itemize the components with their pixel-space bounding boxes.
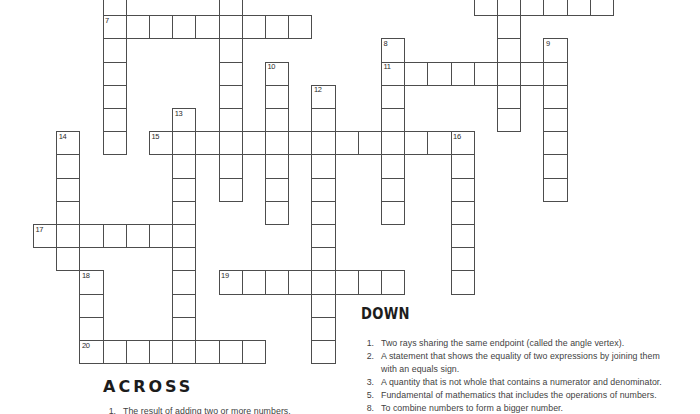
grid-cell[interactable] xyxy=(103,131,127,155)
cell-number: 13 xyxy=(175,110,183,118)
grid-cell[interactable] xyxy=(451,62,475,86)
grid-cell[interactable] xyxy=(219,38,243,62)
cell-number: 18 xyxy=(82,272,90,280)
cell-number: 9 xyxy=(546,40,550,48)
cell-number: 17 xyxy=(36,226,44,234)
cell-number: 14 xyxy=(59,133,67,141)
grid-cell[interactable] xyxy=(451,201,475,225)
grid-cell[interactable]: 16 xyxy=(451,131,475,155)
grid-cell[interactable] xyxy=(103,108,127,132)
grid-cell[interactable] xyxy=(311,294,335,318)
grid-cell[interactable]: 14 xyxy=(56,131,80,155)
grid-cell[interactable] xyxy=(265,85,289,109)
clue-number: 5. xyxy=(361,389,374,402)
grid-cell[interactable] xyxy=(219,0,243,16)
cell-number: 16 xyxy=(453,133,461,141)
grid-cell[interactable] xyxy=(103,85,127,109)
grid-cell[interactable] xyxy=(381,108,405,132)
grid-cell[interactable] xyxy=(335,131,359,155)
clue-item: 2.A statement that shows the equality of… xyxy=(361,350,673,376)
grid-cell[interactable] xyxy=(381,85,405,109)
clue-text: A quantity that is not whole that contai… xyxy=(381,376,662,389)
grid-cell[interactable] xyxy=(381,270,405,294)
grid-cell[interactable] xyxy=(288,15,312,39)
down-clue-list: 1.Two rays sharing the same endpoint (ca… xyxy=(361,337,673,414)
grid-cell[interactable] xyxy=(242,270,266,294)
grid-cell[interactable] xyxy=(265,270,289,294)
grid-cell[interactable] xyxy=(311,317,335,341)
grid-cell[interactable]: 15 xyxy=(149,131,173,155)
grid-cell[interactable] xyxy=(590,0,614,16)
grid-cell[interactable] xyxy=(265,201,289,225)
grid-cell[interactable] xyxy=(311,108,335,132)
grid-cell[interactable] xyxy=(172,178,196,202)
grid-cell[interactable] xyxy=(103,0,127,16)
grid-cell[interactable]: 13 xyxy=(172,108,196,132)
grid-cell[interactable] xyxy=(126,224,150,248)
grid-cell[interactable] xyxy=(311,340,335,364)
grid-cell[interactable] xyxy=(311,270,335,294)
cell-number: 19 xyxy=(221,272,229,280)
grid-cell[interactable] xyxy=(543,62,567,86)
grid-cell[interactable] xyxy=(474,0,498,16)
grid-cell[interactable] xyxy=(56,201,80,225)
grid-cell[interactable] xyxy=(195,131,219,155)
grid-cell[interactable] xyxy=(451,224,475,248)
cell-number: 7 xyxy=(105,17,109,25)
clue-text: To combine numbers to form a bigger numb… xyxy=(381,402,563,414)
grid-cell[interactable] xyxy=(103,224,127,248)
grid-cell[interactable] xyxy=(219,62,243,86)
grid-cell[interactable] xyxy=(497,108,521,132)
clue-number: 8. xyxy=(361,402,374,414)
clue-text: The result of adding two or more numbers… xyxy=(123,405,291,414)
down-heading: DOWN xyxy=(361,305,617,322)
grid-cell[interactable] xyxy=(219,85,243,109)
grid-cell[interactable]: 11 xyxy=(381,62,405,86)
grid-cell[interactable] xyxy=(219,15,243,39)
grid-cell[interactable] xyxy=(311,178,335,202)
grid-cell[interactable] xyxy=(172,247,196,271)
clue-number: 1. xyxy=(103,405,116,414)
grid-cell[interactable]: 20 xyxy=(79,340,103,364)
cell-number: 11 xyxy=(384,63,391,71)
grid-cell[interactable]: 9 xyxy=(543,38,567,62)
grid-cell[interactable] xyxy=(219,340,243,364)
grid-cell[interactable] xyxy=(149,340,173,364)
clue-item: 1.The result of adding two or more numbe… xyxy=(103,405,403,414)
grid-cell[interactable] xyxy=(288,131,312,155)
grid-cell[interactable]: 12 xyxy=(311,85,335,109)
grid-cell[interactable]: 8 xyxy=(381,38,405,62)
grid-cell[interactable] xyxy=(288,270,312,294)
grid-cell[interactable] xyxy=(172,294,196,318)
grid-cell[interactable]: 18 xyxy=(79,270,103,294)
grid-cell[interactable] xyxy=(79,294,103,318)
cell-number: 12 xyxy=(314,86,322,94)
grid-cell[interactable] xyxy=(172,15,196,39)
grid-cell[interactable] xyxy=(265,178,289,202)
grid-cell[interactable] xyxy=(543,154,567,178)
grid-cell[interactable] xyxy=(172,154,196,178)
crossword-worksheet: { "game": "crossword", "page": { "backgr… xyxy=(0,0,700,414)
grid-cell[interactable] xyxy=(219,108,243,132)
grid-cell[interactable] xyxy=(149,224,173,248)
grid-cell[interactable] xyxy=(265,154,289,178)
grid-cell[interactable] xyxy=(126,15,150,39)
grid-cell[interactable] xyxy=(543,85,567,109)
grid-cell[interactable] xyxy=(311,247,335,271)
grid-cell[interactable] xyxy=(242,131,266,155)
grid-cell[interactable] xyxy=(311,131,335,155)
grid-cell[interactable] xyxy=(381,201,405,225)
grid-cell[interactable] xyxy=(451,154,475,178)
grid-cell[interactable] xyxy=(79,317,103,341)
grid-cell[interactable] xyxy=(381,131,405,155)
grid-cell[interactable] xyxy=(451,270,475,294)
grid-cell[interactable] xyxy=(172,317,196,341)
grid-cell[interactable] xyxy=(404,131,428,155)
grid-cell[interactable] xyxy=(381,154,405,178)
grid-cell[interactable] xyxy=(520,62,544,86)
clue-item: 3.A quantity that is not whole that cont… xyxy=(361,376,673,389)
grid-cell[interactable]: 19 xyxy=(219,270,243,294)
grid-cell[interactable] xyxy=(497,15,521,39)
across-heading: ACROSS xyxy=(103,378,403,395)
clue-text: Two rays sharing the same endpoint (call… xyxy=(381,337,624,350)
grid-cell[interactable] xyxy=(172,131,196,155)
grid-cell[interactable] xyxy=(56,224,80,248)
grid-cell[interactable] xyxy=(358,131,382,155)
clue-number: 1. xyxy=(361,337,374,350)
grid-cell[interactable] xyxy=(242,15,266,39)
down-section: DOWN 1.Two rays sharing the same endpoin… xyxy=(361,305,673,414)
clue-text: A statement that shows the equality of t… xyxy=(381,350,660,376)
grid-cell[interactable] xyxy=(103,62,127,86)
grid-cell[interactable] xyxy=(520,0,544,16)
cell-number: 20 xyxy=(82,342,90,350)
grid-cell[interactable] xyxy=(404,62,428,86)
clue-number: 2. xyxy=(361,350,374,363)
grid-cell[interactable] xyxy=(219,178,243,202)
grid-cell[interactable] xyxy=(56,178,80,202)
grid-cell[interactable] xyxy=(265,131,289,155)
grid-cell[interactable] xyxy=(381,178,405,202)
grid-cell[interactable] xyxy=(543,0,567,16)
grid-cell[interactable] xyxy=(497,85,521,109)
grid-cell[interactable] xyxy=(172,224,196,248)
grid-cell[interactable]: 7 xyxy=(103,15,127,39)
grid-cell[interactable] xyxy=(451,247,475,271)
grid-cell[interactable] xyxy=(567,0,591,16)
grid-cell[interactable] xyxy=(172,201,196,225)
clue-item: 1.Two rays sharing the same endpoint (ca… xyxy=(361,337,673,350)
clue-item: 5.Fundamental of mathematics that includ… xyxy=(361,389,673,402)
clue-item: 8.To combine numbers to form a bigger nu… xyxy=(361,402,673,414)
grid-cell[interactable] xyxy=(172,340,196,364)
grid-cell[interactable] xyxy=(543,131,567,155)
across-section: ACROSS 1.The result of adding two or mor… xyxy=(103,378,403,414)
grid-cell[interactable] xyxy=(311,154,335,178)
grid-cell[interactable] xyxy=(474,62,498,86)
grid-cell[interactable] xyxy=(427,131,451,155)
grid-cell[interactable] xyxy=(311,201,335,225)
grid-cell[interactable] xyxy=(543,108,567,132)
cell-number: 8 xyxy=(384,40,388,48)
grid-cell[interactable] xyxy=(311,224,335,248)
grid-cell[interactable]: 17 xyxy=(33,224,57,248)
grid-cell[interactable] xyxy=(242,340,266,364)
grid-cell[interactable] xyxy=(103,340,127,364)
grid-cell[interactable] xyxy=(497,62,521,86)
grid-cell[interactable] xyxy=(195,15,219,39)
grid-cell[interactable] xyxy=(358,270,382,294)
grid-cell[interactable] xyxy=(172,270,196,294)
grid-cell[interactable] xyxy=(195,340,219,364)
across-clue-list: 1.The result of adding two or more numbe… xyxy=(103,405,403,414)
grid-cell[interactable] xyxy=(497,0,521,16)
grid-cell[interactable] xyxy=(219,131,243,155)
grid-cell[interactable] xyxy=(103,38,127,62)
grid-cell[interactable] xyxy=(265,108,289,132)
clue-text: Fundamental of mathematics that includes… xyxy=(381,389,657,402)
grid-cell[interactable] xyxy=(427,62,451,86)
grid-cell[interactable] xyxy=(451,178,475,202)
grid-cell[interactable] xyxy=(265,15,289,39)
grid-cell[interactable]: 10 xyxy=(265,62,289,86)
cell-number: 10 xyxy=(268,63,276,71)
cell-number: 15 xyxy=(152,133,160,141)
grid-cell[interactable] xyxy=(543,178,567,202)
grid-cell[interactable] xyxy=(79,224,103,248)
grid-cell[interactable] xyxy=(56,247,80,271)
grid-cell[interactable] xyxy=(335,270,359,294)
grid-cell[interactable] xyxy=(126,340,150,364)
grid-cell[interactable] xyxy=(56,154,80,178)
grid-cell[interactable] xyxy=(497,38,521,62)
grid-cell[interactable] xyxy=(219,154,243,178)
clue-number: 3. xyxy=(361,376,374,389)
grid-cell[interactable] xyxy=(149,15,173,39)
